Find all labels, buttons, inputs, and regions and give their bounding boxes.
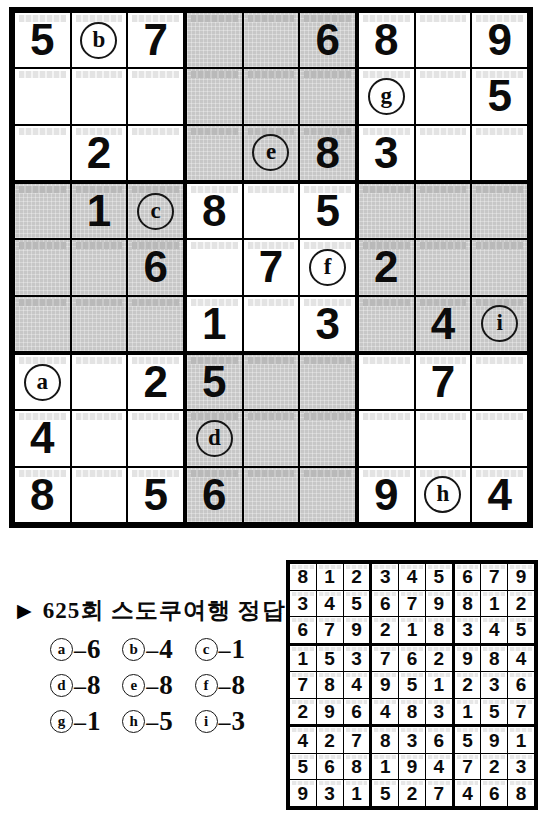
given-digit: 9: [489, 731, 500, 750]
given-digit: 8: [433, 620, 444, 639]
given-digit: 9: [433, 594, 444, 613]
cell-r8c8: [416, 411, 471, 465]
cell-r7c2: 2: [317, 727, 343, 753]
cell-r7c5: 3: [399, 727, 425, 753]
cell-r4c6: 2: [426, 646, 452, 672]
given-digit: 3: [315, 302, 339, 346]
cell-r1c8: 7: [481, 564, 507, 590]
cell-r4c4: 7: [372, 646, 398, 672]
cell-r6c6: 3: [426, 699, 452, 725]
given-digit: 9: [298, 784, 309, 803]
box-4: 153784296: [290, 646, 369, 725]
given-digit: 2: [462, 675, 473, 694]
cell-r3c8: [416, 126, 471, 180]
cell-r8c7: 7: [455, 754, 481, 780]
given-digit: 2: [143, 360, 167, 404]
given-digit: 6: [143, 245, 167, 289]
cell-r3c4: [187, 126, 242, 180]
cell-r3c4: 2: [372, 617, 398, 643]
cell-r3c2: 2: [72, 126, 127, 180]
dash: –: [146, 710, 158, 734]
given-digit: 3: [298, 594, 309, 613]
cell-r4c3: c: [128, 184, 183, 238]
cell-r6c8: 5: [481, 699, 507, 725]
cell-r6c6: 3: [300, 297, 355, 351]
given-digit: 6: [380, 594, 391, 613]
cell-r8c7: [359, 411, 414, 465]
cell-r5c4: 9: [372, 672, 398, 698]
cell-r3c3: [128, 126, 183, 180]
given-digit: 6: [462, 567, 473, 586]
circled-letter-f: f: [195, 674, 218, 697]
given-digit: 2: [351, 567, 362, 586]
cell-r5c4: [187, 240, 242, 294]
answer-item-d: d–8: [50, 672, 101, 699]
cell-r4c3: 3: [344, 646, 370, 672]
given-digit: 2: [489, 757, 500, 776]
cell-r3c1: 6: [290, 617, 316, 643]
cell-r9c7: 9: [359, 468, 414, 522]
cell-r2c4: 6: [372, 591, 398, 617]
given-digit: 8: [30, 473, 54, 517]
cell-r2c9: 5: [472, 69, 527, 123]
cell-r6c1: [15, 297, 70, 351]
cell-r4c9: [472, 184, 527, 238]
given-digit: 1: [407, 620, 418, 639]
cell-r4c2: 5: [317, 646, 343, 672]
given-digit: 4: [30, 416, 54, 460]
cell-r6c8: 4: [416, 297, 471, 351]
circled-letter-i: i: [481, 305, 518, 342]
given-digit: 5: [433, 567, 444, 586]
given-digit: 7: [516, 702, 527, 721]
cell-r9c7: 4: [455, 780, 481, 806]
answer-value: 5: [159, 708, 173, 735]
cell-r4c8: [416, 184, 471, 238]
dash: –: [219, 638, 231, 662]
answer-row: d–8e–8f–8: [50, 672, 245, 699]
given-digit: 8: [315, 131, 339, 175]
given-digit: 2: [374, 245, 398, 289]
cell-r9c8: 6: [481, 780, 507, 806]
cell-r4c4: 8: [187, 184, 242, 238]
cell-r1c4: 3: [372, 564, 398, 590]
given-digit: 8: [202, 189, 226, 233]
cell-r3c5: e: [244, 126, 299, 180]
cell-r6c5: 8: [399, 699, 425, 725]
cell-r6c5: [244, 297, 299, 351]
given-digit: 5: [487, 74, 511, 118]
cell-r8c4: 1: [372, 754, 398, 780]
cell-r1c5: 4: [399, 564, 425, 590]
box-2: 345679218: [372, 564, 451, 643]
given-digit: 5: [489, 702, 500, 721]
given-digit: 3: [433, 702, 444, 721]
cell-r2c2: [72, 69, 127, 123]
answer-row: g–1h–5i–3: [50, 708, 245, 735]
cell-r9c2: [72, 468, 127, 522]
given-digit: 7: [324, 620, 335, 639]
given-digit: 3: [324, 784, 335, 803]
cell-r8c9: 3: [508, 754, 534, 780]
cell-r5c7: 2: [455, 672, 481, 698]
circled-letter-c: c: [137, 193, 174, 230]
cell-r8c4: d: [187, 411, 242, 465]
box-7: 427568931: [290, 727, 369, 806]
given-digit: 1: [462, 702, 473, 721]
given-digit: 1: [489, 594, 500, 613]
cell-r3c1: [15, 126, 70, 180]
given-digit: 4: [489, 620, 500, 639]
cell-r2c5: 7: [399, 591, 425, 617]
answer-value: 8: [87, 672, 101, 699]
cell-r5c8: [416, 240, 471, 294]
given-digit: 3: [462, 620, 473, 639]
given-digit: 4: [407, 567, 418, 586]
triangle-marker-icon: ▶: [17, 601, 32, 620]
cell-r8c5: 9: [399, 754, 425, 780]
box-5: 762951483: [372, 646, 451, 725]
cell-r5c5: 5: [399, 672, 425, 698]
cell-r8c6: [300, 411, 355, 465]
circled-letter-b: b: [122, 638, 145, 661]
cell-r2c8: [416, 69, 471, 123]
cell-r4c2: 1: [72, 184, 127, 238]
dash: –: [74, 710, 86, 734]
given-digit: 4: [462, 784, 473, 803]
given-digit: 9: [324, 702, 335, 721]
cell-r7c4: 5: [187, 355, 242, 409]
given-digit: 9: [380, 675, 391, 694]
given-digit: 4: [433, 757, 444, 776]
given-digit: 5: [202, 360, 226, 404]
dash: –: [146, 638, 158, 662]
cell-r7c4: 8: [372, 727, 398, 753]
cell-r2c9: 2: [508, 591, 534, 617]
circled-letter-f: f: [309, 249, 346, 286]
answer-item-h: h–5: [122, 708, 173, 735]
cell-r2c7: 8: [455, 591, 481, 617]
cell-r8c5: [244, 411, 299, 465]
given-digit: 8: [407, 702, 418, 721]
cell-r2c2: 4: [317, 591, 343, 617]
cell-r5c2: 8: [317, 672, 343, 698]
cell-r1c9: 9: [508, 564, 534, 590]
cell-r1c5: [244, 13, 299, 67]
cell-r7c3: 7: [344, 727, 370, 753]
cell-r1c3: 7: [128, 13, 183, 67]
cell-r5c3: 4: [344, 672, 370, 698]
cell-r1c7: 6: [455, 564, 481, 590]
box-9: 591723468: [455, 727, 534, 806]
given-digit: 1: [351, 784, 362, 803]
answer-value: 6: [87, 636, 101, 663]
cell-r8c8: 2: [481, 754, 507, 780]
given-digit: 5: [407, 675, 418, 694]
box-8: 836194527: [372, 727, 451, 806]
cell-r9c6: [300, 468, 355, 522]
given-digit: 7: [298, 675, 309, 694]
box-3: 679812345: [455, 564, 534, 643]
given-digit: 5: [324, 649, 335, 668]
given-digit: 6: [433, 731, 444, 750]
cell-r6c2: [72, 297, 127, 351]
cell-r7c9: 1: [508, 727, 534, 753]
given-digit: 6: [407, 649, 418, 668]
given-digit: 6: [489, 784, 500, 803]
cell-r4c5: [244, 184, 299, 238]
given-digit: 6: [516, 675, 527, 694]
given-digit: 7: [489, 567, 500, 586]
cell-r5c1: [15, 240, 70, 294]
cell-r1c6: 6: [300, 13, 355, 67]
given-digit: 2: [87, 131, 111, 175]
cell-r4c8: 8: [481, 646, 507, 672]
cell-r7c7: [359, 355, 414, 409]
answer-item-g: g–1: [50, 708, 101, 735]
cell-r6c7: [359, 297, 414, 351]
cell-r2c4: [187, 69, 242, 123]
dash: –: [146, 674, 158, 698]
given-digit: 4: [298, 731, 309, 750]
circled-letter-e: e: [252, 134, 289, 171]
given-digit: 8: [324, 675, 335, 694]
cell-r7c6: [300, 355, 355, 409]
cell-r9c9: 8: [508, 780, 534, 806]
answer-value: 3: [232, 708, 246, 735]
circled-letter-d: d: [50, 674, 73, 697]
given-digit: 7: [259, 245, 283, 289]
box-6: 984236157: [455, 646, 534, 725]
given-digit: 6: [351, 702, 362, 721]
cell-r4c5: 6: [399, 646, 425, 672]
circled-letter-i: i: [195, 710, 218, 733]
cell-r6c9: 7: [508, 699, 534, 725]
box-1: 812345679: [290, 564, 369, 643]
cell-r2c6: 9: [426, 591, 452, 617]
cell-r3c7: 3: [455, 617, 481, 643]
answer-key: a–6b–4c–1d–8e–8f–8g–1h–5i–3: [50, 636, 245, 735]
given-digit: 5: [298, 757, 309, 776]
cell-r5c5: 7: [244, 240, 299, 294]
given-digit: 5: [380, 784, 391, 803]
cell-r8c9: [472, 411, 527, 465]
cell-r9c2: 3: [317, 780, 343, 806]
box-1: 5b72: [15, 13, 183, 180]
cell-r4c7: 9: [455, 646, 481, 672]
given-digit: 7: [380, 649, 391, 668]
given-digit: 5: [30, 18, 54, 62]
answer-row: a–6b–4c–1: [50, 636, 245, 663]
cell-r1c2: 1: [317, 564, 343, 590]
circled-letter-d: d: [196, 420, 233, 457]
cell-r1c6: 5: [426, 564, 452, 590]
answer-value: 4: [159, 636, 173, 663]
given-digit: 7: [351, 731, 362, 750]
cell-r2c1: 3: [290, 591, 316, 617]
box-3: 89g53: [359, 13, 527, 180]
given-digit: 5: [462, 731, 473, 750]
cell-r9c5: [244, 468, 299, 522]
cell-r5c2: [72, 240, 127, 294]
cell-r4c9: 4: [508, 646, 534, 672]
answer-value: 8: [159, 672, 173, 699]
given-digit: 4: [431, 302, 455, 346]
circled-letter-h: h: [424, 476, 461, 513]
given-digit: 3: [516, 757, 527, 776]
given-digit: 3: [380, 567, 391, 586]
cell-r2c7: g: [359, 69, 414, 123]
answer-caption: ▶ 625회 스도쿠여행 정답: [17, 595, 286, 626]
cell-r2c5: [244, 69, 299, 123]
cell-r3c6: 8: [426, 617, 452, 643]
box-8: 5d6: [187, 355, 355, 522]
cell-r6c4: 4: [372, 699, 398, 725]
cell-r8c6: 4: [426, 754, 452, 780]
cell-r6c3: 6: [344, 699, 370, 725]
given-digit: 5: [351, 594, 362, 613]
cell-r9c4: 5: [372, 780, 398, 806]
answer-value: 1: [87, 708, 101, 735]
cell-r7c8: 7: [416, 355, 471, 409]
given-digit: 4: [380, 702, 391, 721]
cell-r4c1: 1: [290, 646, 316, 672]
cell-r5c3: 6: [128, 240, 183, 294]
given-digit: 8: [516, 784, 527, 803]
given-digit: 2: [516, 594, 527, 613]
circled-letter-h: h: [122, 710, 145, 733]
given-digit: 2: [298, 702, 309, 721]
cell-r7c9: [472, 355, 527, 409]
given-digit: 6: [324, 757, 335, 776]
given-digit: 3: [374, 131, 398, 175]
cell-r5c8: 3: [481, 672, 507, 698]
given-digit: 9: [407, 757, 418, 776]
given-digit: 7: [143, 18, 167, 62]
cell-r8c2: 6: [317, 754, 343, 780]
given-digit: 4: [516, 649, 527, 668]
sudoku-puzzle-board: 5b726e889g531c6857f1324ia24855d679h4: [9, 7, 533, 528]
cell-r4c6: 5: [300, 184, 355, 238]
answer-item-b: b–4: [122, 636, 173, 663]
given-digit: 9: [516, 567, 527, 586]
given-digit: 8: [298, 567, 309, 586]
circled-letter-b: b: [80, 22, 117, 59]
given-digit: 5: [143, 473, 167, 517]
box-4: 1c6: [15, 184, 183, 351]
cell-r9c8: h: [416, 468, 471, 522]
cell-r9c5: 2: [399, 780, 425, 806]
given-digit: 2: [324, 731, 335, 750]
given-digit: 4: [351, 675, 362, 694]
given-digit: 5: [516, 620, 527, 639]
cell-r9c6: 7: [426, 780, 452, 806]
cell-r1c1: 8: [290, 564, 316, 590]
given-digit: 6: [315, 18, 339, 62]
circled-letter-g: g: [368, 78, 405, 115]
cell-r9c4: 6: [187, 468, 242, 522]
circled-letter-e: e: [122, 674, 145, 697]
cell-r7c1: 4: [290, 727, 316, 753]
box-5: 857f13: [187, 184, 355, 351]
cell-r6c9: i: [472, 297, 527, 351]
cell-r7c6: 6: [426, 727, 452, 753]
cell-r4c1: [15, 184, 70, 238]
given-digit: 6: [202, 473, 226, 517]
cell-r8c2: [72, 411, 127, 465]
answer-item-a: a–6: [50, 636, 101, 663]
cell-r5c9: [472, 240, 527, 294]
given-digit: 8: [489, 649, 500, 668]
cell-r1c9: 9: [472, 13, 527, 67]
given-digit: 9: [374, 473, 398, 517]
given-digit: 2: [380, 620, 391, 639]
answer-item-f: f–8: [195, 672, 246, 699]
cell-r6c3: [128, 297, 183, 351]
cell-r1c3: 2: [344, 564, 370, 590]
cell-r7c3: 2: [128, 355, 183, 409]
cell-r9c9: 4: [472, 468, 527, 522]
given-digit: 8: [380, 731, 391, 750]
cell-r3c3: 9: [344, 617, 370, 643]
cell-r4c7: [359, 184, 414, 238]
cell-r8c3: [128, 411, 183, 465]
cell-r1c2: b: [72, 13, 127, 67]
given-digit: 1: [516, 731, 527, 750]
answer-title: 625회 스도쿠여행 정답: [43, 595, 286, 626]
circled-letter-a: a: [24, 364, 61, 401]
given-digit: 4: [324, 594, 335, 613]
given-digit: 7: [407, 594, 418, 613]
circled-letter-a: a: [50, 638, 73, 661]
answer-item-e: e–8: [122, 672, 173, 699]
cell-r5c9: 6: [508, 672, 534, 698]
sudoku-solution-board: 8123456793456792186798123451537842967629…: [286, 560, 538, 810]
cell-r3c7: 3: [359, 126, 414, 180]
cell-r1c8: [416, 13, 471, 67]
cell-r3c6: 8: [300, 126, 355, 180]
given-digit: 2: [433, 649, 444, 668]
cell-r2c8: 1: [481, 591, 507, 617]
cell-r8c1: 4: [15, 411, 70, 465]
given-digit: 4: [487, 473, 511, 517]
cell-r7c5: [244, 355, 299, 409]
given-digit: 1: [298, 649, 309, 668]
given-digit: 8: [351, 757, 362, 776]
given-digit: 9: [462, 649, 473, 668]
cell-r3c9: 5: [508, 617, 534, 643]
cell-r7c1: a: [15, 355, 70, 409]
cell-r9c3: 1: [344, 780, 370, 806]
given-digit: 1: [433, 675, 444, 694]
box-2: 6e8: [187, 13, 355, 180]
given-digit: 7: [431, 360, 455, 404]
dash: –: [219, 674, 231, 698]
cell-r3c9: [472, 126, 527, 180]
given-digit: 6: [298, 620, 309, 639]
given-digit: 8: [462, 594, 473, 613]
given-digit: 9: [487, 18, 511, 62]
dash: –: [219, 710, 231, 734]
given-digit: 2: [407, 784, 418, 803]
cell-r6c1: 2: [290, 699, 316, 725]
circled-letter-c: c: [195, 638, 218, 661]
given-digit: 7: [462, 757, 473, 776]
given-digit: 9: [351, 620, 362, 639]
cell-r2c3: 5: [344, 591, 370, 617]
cell-r2c6: [300, 69, 355, 123]
answer-item-c: c–1: [195, 636, 246, 663]
